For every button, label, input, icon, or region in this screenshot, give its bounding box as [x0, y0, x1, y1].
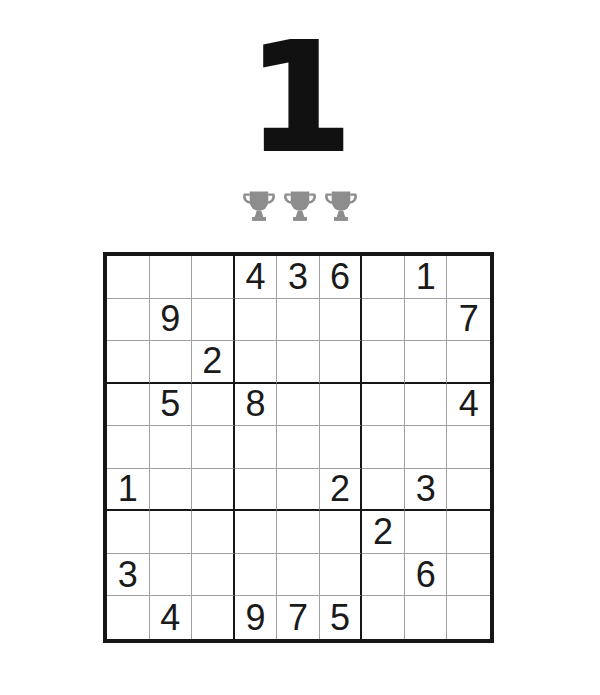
cell-r6c3-empty[interactable] — [192, 469, 235, 512]
cell-r6c9-empty[interactable] — [447, 469, 490, 512]
cell-r3c4-empty[interactable] — [235, 341, 278, 384]
cell-r7c2-empty[interactable] — [150, 511, 193, 554]
cell-r7c3-empty[interactable] — [192, 511, 235, 554]
cell-r4c4-given[interactable]: 8 — [235, 384, 278, 427]
cell-r5c4-empty[interactable] — [235, 426, 278, 469]
cell-r8c9-empty[interactable] — [447, 554, 490, 597]
cell-r5c5-empty[interactable] — [277, 426, 320, 469]
cell-r6c8-given[interactable]: 3 — [405, 469, 448, 512]
cell-r2c1-empty[interactable] — [107, 299, 150, 342]
cell-r6c6-given[interactable]: 2 — [320, 469, 363, 512]
cell-r1c3-empty[interactable] — [192, 256, 235, 299]
trophy-icon — [283, 189, 317, 225]
cell-r7c1-empty[interactable] — [107, 511, 150, 554]
cell-r1c2-empty[interactable] — [150, 256, 193, 299]
puzzle-number: 1 — [0, 22, 600, 174]
cell-r1c5-given[interactable]: 3 — [277, 256, 320, 299]
cell-r8c4-empty[interactable] — [235, 554, 278, 597]
cell-r7c6-empty[interactable] — [320, 511, 363, 554]
cell-r4c9-given[interactable]: 4 — [447, 384, 490, 427]
cell-r9c1-empty[interactable] — [107, 596, 150, 639]
cell-r4c2-given[interactable]: 5 — [150, 384, 193, 427]
trophy-icon — [324, 189, 358, 225]
sudoku-page: 1 43619725841232364975 — [0, 0, 600, 695]
cell-r6c4-empty[interactable] — [235, 469, 278, 512]
cell-r4c5-empty[interactable] — [277, 384, 320, 427]
cell-r4c7-empty[interactable] — [362, 384, 405, 427]
cell-r8c8-given[interactable]: 6 — [405, 554, 448, 597]
cell-r1c9-empty[interactable] — [447, 256, 490, 299]
cell-r2c7-empty[interactable] — [362, 299, 405, 342]
cell-r2c3-empty[interactable] — [192, 299, 235, 342]
cell-r8c2-empty[interactable] — [150, 554, 193, 597]
cell-r9c8-empty[interactable] — [405, 596, 448, 639]
cell-r1c6-given[interactable]: 6 — [320, 256, 363, 299]
cell-r3c1-empty[interactable] — [107, 341, 150, 384]
cell-r8c3-empty[interactable] — [192, 554, 235, 597]
cell-r2c8-empty[interactable] — [405, 299, 448, 342]
sudoku-board: 43619725841232364975 — [103, 252, 494, 643]
cell-r3c8-empty[interactable] — [405, 341, 448, 384]
cell-r9c4-given[interactable]: 9 — [235, 596, 278, 639]
cell-r4c8-empty[interactable] — [405, 384, 448, 427]
cell-r7c5-empty[interactable] — [277, 511, 320, 554]
cell-r8c7-empty[interactable] — [362, 554, 405, 597]
cell-r9c2-given[interactable]: 4 — [150, 596, 193, 639]
cell-r2c6-empty[interactable] — [320, 299, 363, 342]
cell-r5c7-empty[interactable] — [362, 426, 405, 469]
cell-r2c9-given[interactable]: 7 — [447, 299, 490, 342]
cell-r9c5-given[interactable]: 7 — [277, 596, 320, 639]
cell-r5c3-empty[interactable] — [192, 426, 235, 469]
cell-r2c2-given[interactable]: 9 — [150, 299, 193, 342]
cell-r4c6-empty[interactable] — [320, 384, 363, 427]
cell-r5c1-empty[interactable] — [107, 426, 150, 469]
cell-r5c9-empty[interactable] — [447, 426, 490, 469]
cell-r5c8-empty[interactable] — [405, 426, 448, 469]
cell-r3c3-given[interactable]: 2 — [192, 341, 235, 384]
cell-r1c1-empty[interactable] — [107, 256, 150, 299]
cell-r3c2-empty[interactable] — [150, 341, 193, 384]
cell-r4c3-empty[interactable] — [192, 384, 235, 427]
cell-r1c4-given[interactable]: 4 — [235, 256, 278, 299]
cell-r1c8-given[interactable]: 1 — [405, 256, 448, 299]
cell-r1c7-empty[interactable] — [362, 256, 405, 299]
cell-r7c4-empty[interactable] — [235, 511, 278, 554]
cell-r9c9-empty[interactable] — [447, 596, 490, 639]
cell-r8c6-empty[interactable] — [320, 554, 363, 597]
cell-r3c9-empty[interactable] — [447, 341, 490, 384]
cell-r7c9-empty[interactable] — [447, 511, 490, 554]
cell-r6c5-empty[interactable] — [277, 469, 320, 512]
cell-r6c7-empty[interactable] — [362, 469, 405, 512]
cell-r5c6-empty[interactable] — [320, 426, 363, 469]
cell-r7c7-given[interactable]: 2 — [362, 511, 405, 554]
cell-r3c5-empty[interactable] — [277, 341, 320, 384]
cell-r2c5-empty[interactable] — [277, 299, 320, 342]
difficulty-rating — [0, 189, 600, 225]
cell-r9c3-empty[interactable] — [192, 596, 235, 639]
cell-r6c1-given[interactable]: 1 — [107, 469, 150, 512]
cell-r7c8-empty[interactable] — [405, 511, 448, 554]
cell-r5c2-empty[interactable] — [150, 426, 193, 469]
cell-r3c6-empty[interactable] — [320, 341, 363, 384]
cell-r9c7-empty[interactable] — [362, 596, 405, 639]
cell-r3c7-empty[interactable] — [362, 341, 405, 384]
cell-r4c1-empty[interactable] — [107, 384, 150, 427]
trophy-icon — [242, 189, 276, 225]
cell-r6c2-empty[interactable] — [150, 469, 193, 512]
cell-r2c4-empty[interactable] — [235, 299, 278, 342]
cell-r8c5-empty[interactable] — [277, 554, 320, 597]
cell-r8c1-given[interactable]: 3 — [107, 554, 150, 597]
cell-r9c6-given[interactable]: 5 — [320, 596, 363, 639]
